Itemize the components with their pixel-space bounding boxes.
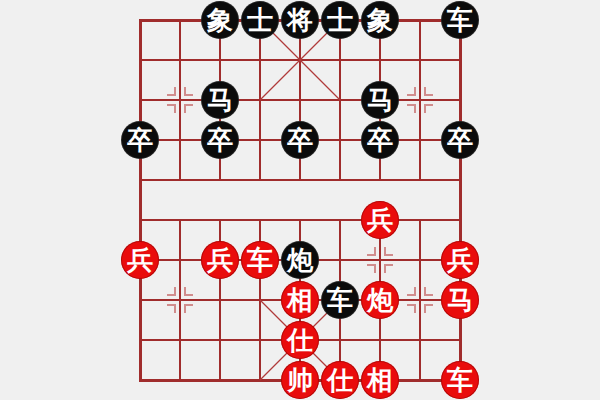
piece-black-pawn[interactable]: 卒 xyxy=(121,121,159,159)
piece-red-pawn[interactable]: 兵 xyxy=(121,241,159,279)
piece-black-advisor[interactable]: 士 xyxy=(321,1,359,39)
piece-black-advisor[interactable]: 士 xyxy=(241,1,279,39)
pieces-grid[interactable]: 象士将士象车马马卒卒卒卒卒兵兵兵车炮兵相车炮马仕帅仕相车 xyxy=(120,0,480,400)
piece-red-elephant[interactable]: 相 xyxy=(281,281,319,319)
piece-black-pawn[interactable]: 卒 xyxy=(441,121,479,159)
piece-black-pawn[interactable]: 卒 xyxy=(361,121,399,159)
piece-red-elephant[interactable]: 相 xyxy=(361,361,399,399)
piece-black-elephant[interactable]: 象 xyxy=(201,1,239,39)
piece-red-cannon[interactable]: 炮 xyxy=(361,281,399,319)
piece-red-pawn[interactable]: 兵 xyxy=(441,241,479,279)
piece-black-king[interactable]: 将 xyxy=(281,1,319,39)
piece-red-rook[interactable]: 车 xyxy=(441,361,479,399)
piece-black-rook[interactable]: 车 xyxy=(321,281,359,319)
piece-black-pawn[interactable]: 卒 xyxy=(201,121,239,159)
piece-black-horse[interactable]: 马 xyxy=(361,81,399,119)
piece-black-pawn[interactable]: 卒 xyxy=(281,121,319,159)
piece-red-pawn[interactable]: 兵 xyxy=(201,241,239,279)
piece-black-horse[interactable]: 马 xyxy=(201,81,239,119)
piece-red-rook[interactable]: 车 xyxy=(241,241,279,279)
piece-black-cannon[interactable]: 炮 xyxy=(281,241,319,279)
piece-red-king[interactable]: 帅 xyxy=(281,361,319,399)
xiangqi-app: 象士将士象车马马卒卒卒卒卒兵兵兵车炮兵相车炮马仕帅仕相车 xyxy=(0,0,600,400)
piece-red-advisor[interactable]: 仕 xyxy=(321,361,359,399)
piece-black-elephant[interactable]: 象 xyxy=(361,1,399,39)
piece-black-rook[interactable]: 车 xyxy=(441,1,479,39)
piece-red-advisor[interactable]: 仕 xyxy=(281,321,319,359)
piece-red-pawn[interactable]: 兵 xyxy=(361,201,399,239)
piece-red-horse[interactable]: 马 xyxy=(441,281,479,319)
